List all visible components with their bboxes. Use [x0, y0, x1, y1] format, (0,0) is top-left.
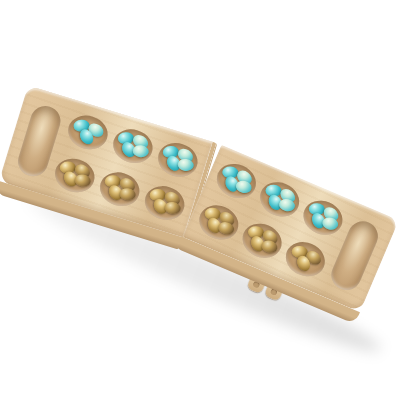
pit-bottom-2[interactable] — [96, 168, 144, 211]
pit-bottom-4[interactable] — [194, 199, 244, 245]
pit-top-4[interactable] — [212, 158, 262, 204]
pit-bottom-6[interactable] — [280, 236, 330, 282]
pit-top-5[interactable] — [255, 176, 305, 222]
pit-bottom-5[interactable] — [237, 218, 287, 264]
board-half-left — [0, 85, 216, 238]
pit-top-2[interactable] — [109, 125, 157, 168]
hinge-dowel-icon — [270, 287, 278, 295]
pit-grid-left — [48, 109, 204, 227]
pit-top-1[interactable] — [64, 111, 112, 154]
pit-top-6[interactable] — [298, 195, 348, 241]
pit-bottom-1[interactable] — [51, 154, 99, 197]
product-photo — [0, 0, 400, 400]
pit-top-3[interactable] — [154, 138, 202, 181]
pit-bottom-3[interactable] — [141, 181, 189, 224]
hinge-dowel-icon — [252, 280, 260, 288]
pit-grid-right — [192, 156, 351, 284]
